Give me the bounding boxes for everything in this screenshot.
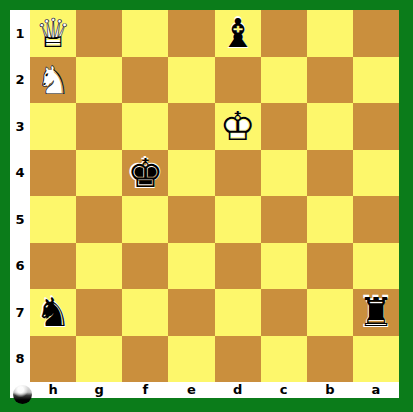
square-h6[interactable] [30,243,76,290]
white-knight-piece[interactable]: ♞♘ [30,57,76,104]
square-f8[interactable] [122,336,168,383]
rank-labels: 12345678 [10,10,30,382]
square-g1[interactable] [76,10,122,57]
chess-board: ♛♕♝♝♞♘♚♔♚♚♞♞♜♜ [30,10,399,382]
rank-label-5: 5 [10,196,30,243]
square-e6[interactable] [168,243,214,290]
square-e5[interactable] [168,196,214,243]
rank-label-6: 6 [10,243,30,290]
square-g4[interactable] [76,150,122,197]
rank-label-7: 7 [10,289,30,336]
file-label-b: b [307,382,353,398]
piece-fill-glyph: ♜ [351,287,402,338]
square-c6[interactable] [261,243,307,290]
square-a3[interactable] [353,103,399,150]
square-a2[interactable] [353,57,399,104]
square-b6[interactable] [307,243,353,290]
square-c7[interactable] [261,289,307,336]
square-c4[interactable] [261,150,307,197]
square-e4[interactable] [168,150,214,197]
file-label-c: c [261,382,307,398]
square-f4[interactable]: ♚♚ [122,150,168,197]
square-h3[interactable] [30,103,76,150]
square-a5[interactable] [353,196,399,243]
square-h5[interactable] [30,196,76,243]
square-g7[interactable] [76,289,122,336]
white-king-piece[interactable]: ♚♔ [215,103,261,150]
file-label-e: e [168,382,214,398]
square-c3[interactable] [261,103,307,150]
black-bishop-piece[interactable]: ♝♝ [215,10,261,57]
black-to-move-indicator-icon [13,385,32,404]
piece-glyph: ♞ [30,289,76,336]
square-a6[interactable] [353,243,399,290]
square-b7[interactable] [307,289,353,336]
piece-fill-glyph: ♚ [215,103,261,150]
square-f5[interactable] [122,196,168,243]
file-label-g: g [76,382,122,398]
square-c5[interactable] [261,196,307,243]
square-c2[interactable] [261,57,307,104]
square-a8[interactable] [353,336,399,383]
rank-label-2: 2 [10,57,30,104]
square-f6[interactable] [122,243,168,290]
rank-label-1: 1 [10,10,30,57]
square-d8[interactable] [215,336,261,383]
square-f2[interactable] [122,57,168,104]
piece-fill-glyph: ♝ [212,8,263,59]
piece-glyph: ♔ [215,103,261,150]
square-e2[interactable] [168,57,214,104]
rank-label-8: 8 [10,336,30,383]
square-c8[interactable] [261,336,307,383]
square-f1[interactable] [122,10,168,57]
square-g5[interactable] [76,196,122,243]
file-labels: hgfedcba [10,382,399,398]
square-g6[interactable] [76,243,122,290]
square-d3[interactable]: ♚♔ [215,103,261,150]
square-b2[interactable] [307,57,353,104]
square-b4[interactable] [307,150,353,197]
square-h1[interactable]: ♛♕ [30,10,76,57]
square-h7[interactable]: ♞♞ [30,289,76,336]
square-d6[interactable] [215,243,261,290]
square-a1[interactable] [353,10,399,57]
black-knight-piece[interactable]: ♞♞ [30,289,76,336]
rank-label-4: 4 [10,150,30,197]
square-d4[interactable] [215,150,261,197]
square-e8[interactable] [168,336,214,383]
square-e1[interactable] [168,10,214,57]
file-label-h: h [30,382,76,398]
piece-glyph: ♘ [30,57,76,104]
square-f3[interactable] [122,103,168,150]
square-d7[interactable] [215,289,261,336]
piece-fill-glyph: ♚ [120,147,171,198]
white-queen-piece[interactable]: ♛♕ [30,10,76,57]
square-b8[interactable] [307,336,353,383]
chess-diagram-frame: 12345678 ♛♕♝♝♞♘♚♔♚♚♞♞♜♜ hgfedcba [0,0,413,412]
square-h4[interactable] [30,150,76,197]
square-c1[interactable] [261,10,307,57]
piece-glyph: ♜ [353,289,399,336]
square-g3[interactable] [76,103,122,150]
square-b1[interactable] [307,10,353,57]
rank-label-3: 3 [10,103,30,150]
piece-fill-glyph: ♛ [30,10,76,57]
piece-fill-glyph: ♞ [28,287,79,338]
square-d2[interactable] [215,57,261,104]
piece-glyph: ♕ [30,10,76,57]
square-b3[interactable] [307,103,353,150]
square-b5[interactable] [307,196,353,243]
piece-glyph: ♝ [215,10,261,57]
black-rook-piece[interactable]: ♜♜ [353,289,399,336]
piece-glyph: ♚ [122,150,168,197]
square-h2[interactable]: ♞♘ [30,57,76,104]
square-g8[interactable] [76,336,122,383]
square-a4[interactable] [353,150,399,197]
square-e3[interactable] [168,103,214,150]
square-g2[interactable] [76,57,122,104]
piece-fill-glyph: ♞ [30,57,76,104]
square-h8[interactable] [30,336,76,383]
black-king-piece[interactable]: ♚♚ [122,150,168,197]
square-a7[interactable]: ♜♜ [353,289,399,336]
square-e7[interactable] [168,289,214,336]
square-d1[interactable]: ♝♝ [215,10,261,57]
square-f7[interactable] [122,289,168,336]
file-label-d: d [215,382,261,398]
file-label-a: a [353,382,399,398]
file-label-f: f [122,382,168,398]
square-d5[interactable] [215,196,261,243]
